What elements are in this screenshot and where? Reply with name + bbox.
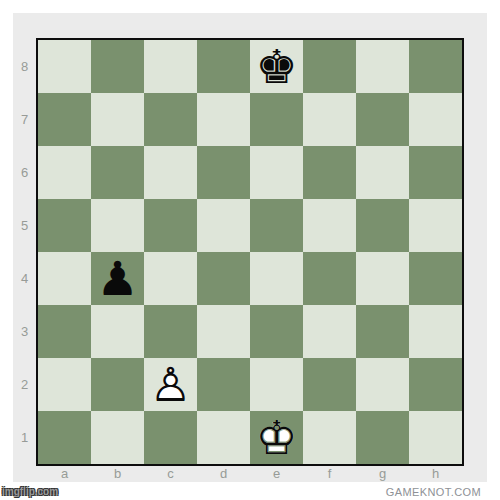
black-piece-glyph: ♚ (250, 40, 303, 93)
file-label-e: e (250, 464, 303, 482)
square-a3[interactable] (38, 305, 91, 358)
square-f8[interactable] (303, 40, 356, 93)
square-h8[interactable] (409, 40, 462, 93)
square-e3[interactable] (250, 305, 303, 358)
square-f7[interactable] (303, 93, 356, 146)
file-label-f: f (303, 464, 356, 482)
square-f4[interactable] (303, 252, 356, 305)
rank-label-5: 5 (13, 199, 36, 252)
square-b1[interactable] (91, 411, 144, 464)
square-f6[interactable] (303, 146, 356, 199)
square-e5[interactable] (250, 199, 303, 252)
file-label-c: c (144, 464, 197, 482)
rank-label-8: 8 (13, 40, 36, 93)
square-e1[interactable]: ♚♔ (250, 411, 303, 464)
square-g6[interactable] (356, 146, 409, 199)
file-label-g: g (356, 464, 409, 482)
square-c2[interactable]: ♟♙ (144, 358, 197, 411)
square-b3[interactable] (91, 305, 144, 358)
file-label-b: b (91, 464, 144, 482)
square-d7[interactable] (197, 93, 250, 146)
square-h5[interactable] (409, 199, 462, 252)
square-g8[interactable] (356, 40, 409, 93)
square-c7[interactable] (144, 93, 197, 146)
imgflip-watermark: imgflip.com (2, 486, 58, 497)
square-f5[interactable] (303, 199, 356, 252)
square-g3[interactable] (356, 305, 409, 358)
square-d4[interactable] (197, 252, 250, 305)
square-b6[interactable] (91, 146, 144, 199)
square-d1[interactable] (197, 411, 250, 464)
square-g7[interactable] (356, 93, 409, 146)
rank-labels: 87654321 (13, 40, 36, 464)
square-a5[interactable] (38, 199, 91, 252)
square-g2[interactable] (356, 358, 409, 411)
piece-black-king-e8[interactable]: ♚ (250, 40, 303, 93)
square-e2[interactable] (250, 358, 303, 411)
file-label-h: h (409, 464, 462, 482)
black-piece-glyph: ♟ (91, 252, 144, 305)
square-b8[interactable] (91, 40, 144, 93)
square-a4[interactable] (38, 252, 91, 305)
square-h6[interactable] (409, 146, 462, 199)
piece-white-pawn-c2[interactable]: ♟♙ (144, 358, 197, 411)
square-e6[interactable] (250, 146, 303, 199)
square-d8[interactable] (197, 40, 250, 93)
square-a7[interactable] (38, 93, 91, 146)
gameknot-watermark: GAMEKNOT.COM (386, 486, 481, 498)
piece-white-king-e1[interactable]: ♚♔ (250, 411, 303, 464)
square-h1[interactable] (409, 411, 462, 464)
square-a2[interactable] (38, 358, 91, 411)
rank-label-2: 2 (13, 358, 36, 411)
square-e4[interactable] (250, 252, 303, 305)
square-c5[interactable] (144, 199, 197, 252)
square-c4[interactable] (144, 252, 197, 305)
piece-black-pawn-b4[interactable]: ♟ (91, 252, 144, 305)
square-c6[interactable] (144, 146, 197, 199)
square-c3[interactable] (144, 305, 197, 358)
square-b4[interactable]: ♟ (91, 252, 144, 305)
square-d3[interactable] (197, 305, 250, 358)
square-a1[interactable] (38, 411, 91, 464)
page: 87654321 ♚♟♟♙♚♔ abcdefgh imgflip.com GAM… (0, 0, 500, 500)
square-b5[interactable] (91, 199, 144, 252)
white-piece-outline: ♔ (250, 411, 303, 464)
square-h7[interactable] (409, 93, 462, 146)
rank-label-4: 4 (13, 252, 36, 305)
square-h4[interactable] (409, 252, 462, 305)
rank-label-6: 6 (13, 146, 36, 199)
square-d5[interactable] (197, 199, 250, 252)
square-f2[interactable] (303, 358, 356, 411)
rank-label-3: 3 (13, 305, 36, 358)
square-a8[interactable] (38, 40, 91, 93)
chess-board: ♚♟♟♙♚♔ (36, 38, 464, 466)
square-h2[interactable] (409, 358, 462, 411)
square-e8[interactable]: ♚ (250, 40, 303, 93)
square-g1[interactable] (356, 411, 409, 464)
square-f3[interactable] (303, 305, 356, 358)
square-b2[interactable] (91, 358, 144, 411)
square-f1[interactable] (303, 411, 356, 464)
rank-label-1: 1 (13, 411, 36, 464)
white-piece-outline: ♙ (144, 358, 197, 411)
square-g5[interactable] (356, 199, 409, 252)
file-label-a: a (38, 464, 91, 482)
square-g4[interactable] (356, 252, 409, 305)
square-c8[interactable] (144, 40, 197, 93)
square-a6[interactable] (38, 146, 91, 199)
square-b7[interactable] (91, 93, 144, 146)
square-e7[interactable] (250, 93, 303, 146)
file-labels: abcdefgh (38, 464, 462, 482)
square-c1[interactable] (144, 411, 197, 464)
file-label-d: d (197, 464, 250, 482)
square-h3[interactable] (409, 305, 462, 358)
square-d6[interactable] (197, 146, 250, 199)
rank-label-7: 7 (13, 93, 36, 146)
square-d2[interactable] (197, 358, 250, 411)
